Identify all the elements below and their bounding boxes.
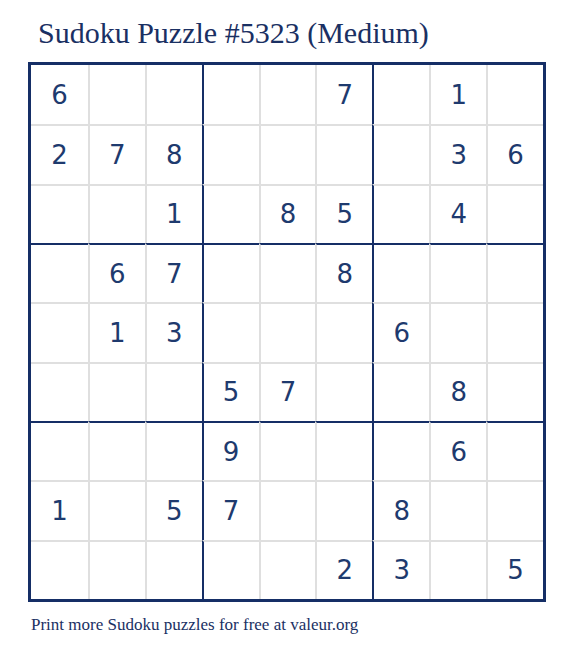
given-digit: 6	[507, 140, 524, 170]
given-digit: 2	[51, 140, 68, 170]
cell-r9c7[interactable]: 3	[372, 540, 429, 599]
given-digit: 8	[450, 377, 467, 407]
cell-r2c2[interactable]: 7	[88, 124, 145, 183]
cell-r3c7[interactable]	[372, 184, 429, 243]
cell-r7c8[interactable]: 6	[429, 421, 486, 480]
given-digit: 1	[450, 80, 467, 110]
cell-r4c4[interactable]	[202, 243, 259, 302]
given-digit: 7	[337, 80, 354, 110]
cell-r2c7[interactable]	[372, 124, 429, 183]
cell-r8c5[interactable]	[259, 480, 316, 539]
cell-r9c8[interactable]	[429, 540, 486, 599]
cell-r1c3[interactable]	[145, 65, 202, 124]
cell-r9c5[interactable]	[259, 540, 316, 599]
cell-r5c1[interactable]	[31, 302, 88, 361]
given-digit: 3	[166, 318, 183, 348]
cell-r3c1[interactable]	[31, 184, 88, 243]
cell-r2c1[interactable]: 2	[31, 124, 88, 183]
sudoku-page: Sudoku Puzzle #5323 (Medium) 67127836185…	[0, 0, 574, 651]
cell-r5c9[interactable]	[486, 302, 543, 361]
cell-r3c2[interactable]	[88, 184, 145, 243]
cell-r2c9[interactable]: 6	[486, 124, 543, 183]
cell-r9c1[interactable]	[31, 540, 88, 599]
cell-r8c8[interactable]	[429, 480, 486, 539]
cell-r7c7[interactable]	[372, 421, 429, 480]
cell-r8c7[interactable]: 8	[372, 480, 429, 539]
given-digit: 6	[109, 259, 126, 289]
cell-r8c9[interactable]	[486, 480, 543, 539]
given-digit: 8	[337, 259, 354, 289]
cell-r2c8[interactable]: 3	[429, 124, 486, 183]
cell-r5c8[interactable]	[429, 302, 486, 361]
cell-r6c3[interactable]	[145, 362, 202, 421]
given-digit: 6	[51, 80, 68, 110]
given-digit: 8	[280, 199, 297, 229]
given-digit: 6	[450, 437, 467, 467]
cell-r5c6[interactable]	[315, 302, 372, 361]
cell-r1c2[interactable]	[88, 65, 145, 124]
cell-r3c8[interactable]: 4	[429, 184, 486, 243]
cell-r3c6[interactable]: 5	[315, 184, 372, 243]
given-digit: 1	[51, 496, 68, 526]
given-digit: 4	[450, 199, 467, 229]
cell-r1c6[interactable]: 7	[315, 65, 372, 124]
given-digit: 7	[280, 377, 297, 407]
cell-r7c4[interactable]: 9	[202, 421, 259, 480]
cell-r9c4[interactable]	[202, 540, 259, 599]
given-digit: 1	[109, 318, 126, 348]
cell-r4c7[interactable]	[372, 243, 429, 302]
cell-r8c3[interactable]: 5	[145, 480, 202, 539]
cell-r9c3[interactable]	[145, 540, 202, 599]
cell-r7c2[interactable]	[88, 421, 145, 480]
given-digit: 5	[337, 199, 354, 229]
cell-r7c1[interactable]	[31, 421, 88, 480]
cell-r6c2[interactable]	[88, 362, 145, 421]
cell-r9c6[interactable]: 2	[315, 540, 372, 599]
cell-r6c8[interactable]: 8	[429, 362, 486, 421]
given-digit: 5	[507, 555, 524, 585]
cell-r4c5[interactable]	[259, 243, 316, 302]
given-digit: 3	[450, 140, 467, 170]
given-digit: 3	[394, 555, 411, 585]
cell-r6c9[interactable]	[486, 362, 543, 421]
cell-r5c4[interactable]	[202, 302, 259, 361]
cell-r9c2[interactable]	[88, 540, 145, 599]
cell-r3c5[interactable]: 8	[259, 184, 316, 243]
cell-r2c3[interactable]: 8	[145, 124, 202, 183]
given-digit: 7	[109, 140, 126, 170]
cell-r5c7[interactable]: 6	[372, 302, 429, 361]
cell-r1c4[interactable]	[202, 65, 259, 124]
cell-r4c2[interactable]: 6	[88, 243, 145, 302]
cell-r1c8[interactable]: 1	[429, 65, 486, 124]
cell-r2c5[interactable]	[259, 124, 316, 183]
cell-r4c3[interactable]: 7	[145, 243, 202, 302]
cell-r4c8[interactable]	[429, 243, 486, 302]
given-digit: 7	[166, 259, 183, 289]
cell-r4c6[interactable]: 8	[315, 243, 372, 302]
footer-text: Print more Sudoku puzzles for free at va…	[31, 615, 358, 635]
cell-r6c4[interactable]: 5	[202, 362, 259, 421]
given-digit: 7	[223, 496, 240, 526]
cell-r9c9[interactable]: 5	[486, 540, 543, 599]
given-digit: 2	[337, 555, 354, 585]
cell-r8c1[interactable]: 1	[31, 480, 88, 539]
cell-r8c2[interactable]	[88, 480, 145, 539]
given-digit: 1	[166, 199, 183, 229]
cell-r5c5[interactable]	[259, 302, 316, 361]
cell-r3c3[interactable]: 1	[145, 184, 202, 243]
cell-r7c9[interactable]	[486, 421, 543, 480]
cell-r7c6[interactable]	[315, 421, 372, 480]
given-digit: 5	[166, 496, 183, 526]
cell-r5c2[interactable]: 1	[88, 302, 145, 361]
cell-r5c3[interactable]: 3	[145, 302, 202, 361]
page-title: Sudoku Puzzle #5323 (Medium)	[38, 16, 429, 50]
cell-r1c5[interactable]	[259, 65, 316, 124]
cell-r3c4[interactable]	[202, 184, 259, 243]
given-digit: 9	[223, 437, 240, 467]
given-digit: 6	[394, 318, 411, 348]
cell-r7c5[interactable]	[259, 421, 316, 480]
cell-r6c1[interactable]	[31, 362, 88, 421]
cell-r2c4[interactable]	[202, 124, 259, 183]
cell-r4c9[interactable]	[486, 243, 543, 302]
cell-r4c1[interactable]	[31, 243, 88, 302]
cell-r1c1[interactable]: 6	[31, 65, 88, 124]
cell-r6c5[interactable]: 7	[259, 362, 316, 421]
cell-r8c4[interactable]: 7	[202, 480, 259, 539]
given-digit: 8	[394, 496, 411, 526]
given-digit: 8	[166, 140, 183, 170]
sudoku-board: 671278361854678136578961578235	[28, 62, 546, 602]
cell-r8c6[interactable]	[315, 480, 372, 539]
cell-r6c6[interactable]	[315, 362, 372, 421]
cell-r2c6[interactable]	[315, 124, 372, 183]
cell-r3c9[interactable]	[486, 184, 543, 243]
cell-r6c7[interactable]	[372, 362, 429, 421]
cell-r1c9[interactable]	[486, 65, 543, 124]
cell-r1c7[interactable]	[372, 65, 429, 124]
given-digit: 5	[223, 377, 240, 407]
cell-r7c3[interactable]	[145, 421, 202, 480]
